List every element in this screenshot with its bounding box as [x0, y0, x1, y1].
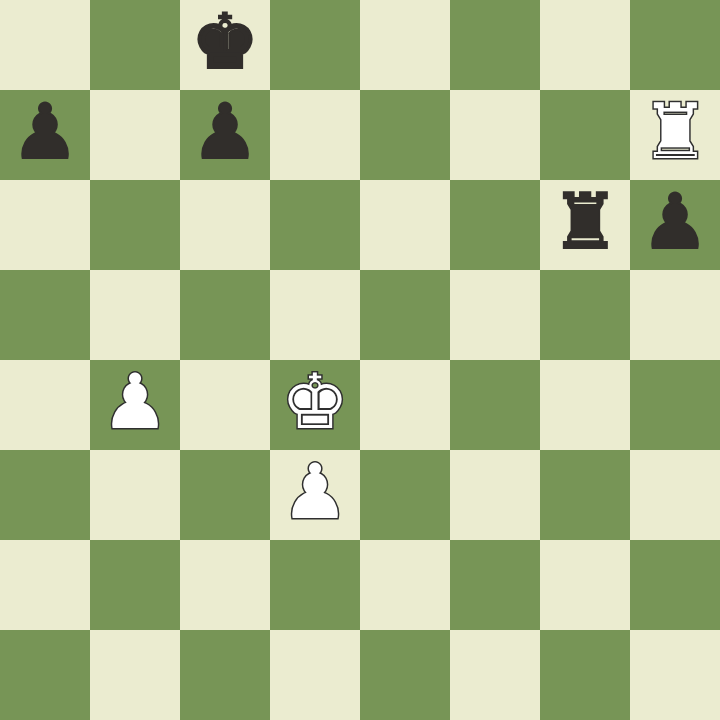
square-h7[interactable]: ♜ — [630, 90, 720, 180]
piece-black-pawn[interactable]: ♟ — [11, 87, 79, 177]
square-h6[interactable]: ♟ — [630, 180, 720, 270]
square-c1[interactable] — [180, 630, 270, 720]
piece-black-pawn[interactable]: ♟ — [641, 177, 709, 267]
square-e7[interactable] — [360, 90, 450, 180]
square-h4[interactable] — [630, 360, 720, 450]
square-d3[interactable]: ♟ — [270, 450, 360, 540]
square-a7[interactable]: ♟ — [0, 90, 90, 180]
square-d1[interactable] — [270, 630, 360, 720]
square-a2[interactable] — [0, 540, 90, 630]
square-h5[interactable] — [630, 270, 720, 360]
square-f5[interactable] — [450, 270, 540, 360]
square-c7[interactable]: ♟ — [180, 90, 270, 180]
square-f1[interactable] — [450, 630, 540, 720]
square-d4[interactable]: ♚ — [270, 360, 360, 450]
square-d8[interactable] — [270, 0, 360, 90]
square-c8[interactable]: ♚ — [180, 0, 270, 90]
square-a4[interactable] — [0, 360, 90, 450]
square-g6[interactable]: ♜ — [540, 180, 630, 270]
chess-board: ♚♟♟♜♜♟♟♚♟ — [0, 0, 720, 720]
square-g4[interactable] — [540, 360, 630, 450]
piece-black-rook[interactable]: ♜ — [551, 177, 619, 267]
square-b7[interactable] — [90, 90, 180, 180]
square-g1[interactable] — [540, 630, 630, 720]
square-b5[interactable] — [90, 270, 180, 360]
square-c2[interactable] — [180, 540, 270, 630]
square-f4[interactable] — [450, 360, 540, 450]
square-b3[interactable] — [90, 450, 180, 540]
square-g8[interactable] — [540, 0, 630, 90]
piece-black-king[interactable]: ♚ — [191, 0, 259, 87]
square-e4[interactable] — [360, 360, 450, 450]
square-f7[interactable] — [450, 90, 540, 180]
piece-white-pawn[interactable]: ♟ — [281, 447, 349, 537]
square-b1[interactable] — [90, 630, 180, 720]
square-g2[interactable] — [540, 540, 630, 630]
square-h2[interactable] — [630, 540, 720, 630]
square-f3[interactable] — [450, 450, 540, 540]
square-a8[interactable] — [0, 0, 90, 90]
square-d6[interactable] — [270, 180, 360, 270]
square-e3[interactable] — [360, 450, 450, 540]
piece-white-king[interactable]: ♚ — [281, 357, 349, 447]
square-b4[interactable]: ♟ — [90, 360, 180, 450]
square-a5[interactable] — [0, 270, 90, 360]
square-f8[interactable] — [450, 0, 540, 90]
square-e5[interactable] — [360, 270, 450, 360]
square-b6[interactable] — [90, 180, 180, 270]
square-f6[interactable] — [450, 180, 540, 270]
square-e8[interactable] — [360, 0, 450, 90]
square-h8[interactable] — [630, 0, 720, 90]
square-a3[interactable] — [0, 450, 90, 540]
square-d5[interactable] — [270, 270, 360, 360]
square-h1[interactable] — [630, 630, 720, 720]
square-g7[interactable] — [540, 90, 630, 180]
piece-white-pawn[interactable]: ♟ — [101, 357, 169, 447]
square-d7[interactable] — [270, 90, 360, 180]
square-e2[interactable] — [360, 540, 450, 630]
square-a1[interactable] — [0, 630, 90, 720]
piece-white-rook[interactable]: ♜ — [641, 87, 709, 177]
square-c4[interactable] — [180, 360, 270, 450]
square-b8[interactable] — [90, 0, 180, 90]
square-c6[interactable] — [180, 180, 270, 270]
square-e1[interactable] — [360, 630, 450, 720]
square-f2[interactable] — [450, 540, 540, 630]
square-c3[interactable] — [180, 450, 270, 540]
square-g3[interactable] — [540, 450, 630, 540]
square-d2[interactable] — [270, 540, 360, 630]
square-h3[interactable] — [630, 450, 720, 540]
square-b2[interactable] — [90, 540, 180, 630]
square-c5[interactable] — [180, 270, 270, 360]
piece-black-pawn[interactable]: ♟ — [191, 87, 259, 177]
square-a6[interactable] — [0, 180, 90, 270]
square-g5[interactable] — [540, 270, 630, 360]
square-e6[interactable] — [360, 180, 450, 270]
